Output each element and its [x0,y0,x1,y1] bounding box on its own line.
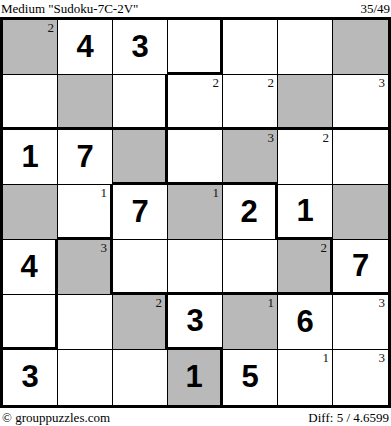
page-footer: © grouppuzzles.com Diff: 5 / 4.6599 [0,408,391,426]
cell-r3c3[interactable]: 1 [168,185,223,240]
corner-hint: 3 [379,75,386,90]
cell-value: 7 [76,141,93,174]
cell-r1c2[interactable] [113,75,168,130]
corner-hint: 2 [323,130,330,145]
cell-r2c5[interactable]: 2 [278,130,333,185]
cell-r1c3[interactable]: 2 [168,75,223,130]
cell-r5c6[interactable]: 3 [333,295,388,350]
cell-r4c1[interactable]: 3 [58,240,113,295]
corner-hint: 1 [213,185,220,200]
cell-value: 4 [76,31,93,64]
cell-r4c2[interactable] [113,240,168,295]
cell-r2c4[interactable]: 3 [223,130,278,185]
cell-r0c1[interactable]: 4 [58,20,113,75]
corner-hint: 2 [156,295,163,310]
cell-r2c2[interactable] [113,130,168,185]
cell-value: 3 [131,31,148,64]
cell-r6c6[interactable]: 3 [333,350,388,405]
cell-value: 3 [21,361,38,394]
cell-r6c0[interactable]: 3 [3,350,58,405]
cell-r2c0[interactable]: 1 [3,130,58,185]
cell-r3c5[interactable]: 1 [278,185,333,240]
cell-r1c6[interactable]: 3 [333,75,388,130]
cell-value: 1 [296,195,313,228]
corner-hint: 1 [101,185,108,200]
cell-r4c0[interactable]: 4 [3,240,58,295]
cell-value: 2 [240,196,257,229]
cell-value: 6 [296,306,313,339]
cell-r3c0[interactable] [3,185,58,240]
credit-text: © grouppuzzles.com [2,410,110,426]
cell-value: 1 [185,361,202,394]
cell-value: 3 [186,305,203,338]
cell-r5c1[interactable] [58,295,113,350]
page-header: Medium "Sudoku-7C-2V" 35/49 [0,0,391,17]
cell-r2c1[interactable]: 7 [58,130,113,185]
corner-hint: 3 [268,130,275,145]
puzzle-title: Medium "Sudoku-7C-2V" [1,1,138,17]
cell-r0c5[interactable] [278,20,333,75]
corner-hint: 3 [379,295,386,310]
puzzle-counter: 35/49 [360,1,390,17]
cell-r6c3[interactable]: 1 [168,350,223,405]
cell-r5c2[interactable]: 2 [113,295,168,350]
cell-r3c2[interactable]: 7 [113,185,168,240]
cell-r5c5[interactable]: 6 [278,295,333,350]
cell-value: 7 [131,196,148,229]
cell-value: 5 [241,361,258,394]
cell-r3c4[interactable]: 2 [223,185,278,240]
cell-r0c3[interactable] [168,20,223,75]
cell-value: 4 [20,251,37,284]
cell-r0c2[interactable]: 3 [113,20,168,75]
corner-hint: 1 [268,295,275,310]
sudoku-board: 24322317321712143272316331513 [0,17,391,408]
cell-value: 1 [21,141,38,174]
cell-r0c0[interactable]: 2 [3,20,58,75]
cell-r1c4[interactable]: 2 [223,75,278,130]
cell-value: 7 [352,250,369,283]
cell-r4c3[interactable] [168,240,223,295]
cell-r4c6[interactable]: 7 [333,240,388,295]
corner-hint: 2 [321,240,328,255]
cell-r4c5[interactable]: 2 [278,240,333,295]
cell-r3c6[interactable] [333,185,388,240]
cell-r4c4[interactable] [223,240,278,295]
difficulty-text: Diff: 5 / 4.6599 [308,410,389,426]
cell-r6c1[interactable] [58,350,113,405]
corner-hint: 1 [323,350,330,365]
cell-r0c6[interactable] [333,20,388,75]
cell-r1c1[interactable] [58,75,113,130]
corner-hint: 3 [101,240,108,255]
corner-hint: 2 [213,75,220,90]
cell-r0c4[interactable] [223,20,278,75]
cell-r5c0[interactable] [3,295,58,350]
cell-r5c4[interactable]: 1 [223,295,278,350]
cell-r5c3[interactable]: 3 [168,295,223,350]
cell-r6c5[interactable]: 1 [278,350,333,405]
cell-r3c1[interactable]: 1 [58,185,113,240]
cell-r6c2[interactable] [113,350,168,405]
cell-r6c4[interactable]: 5 [223,350,278,405]
corner-hint: 3 [379,350,386,365]
corner-hint: 2 [48,20,55,35]
cell-r1c5[interactable] [278,75,333,130]
corner-hint: 2 [268,75,275,90]
cell-r2c3[interactable] [168,130,223,185]
cell-r1c0[interactable] [3,75,58,130]
cell-r2c6[interactable] [333,130,388,185]
